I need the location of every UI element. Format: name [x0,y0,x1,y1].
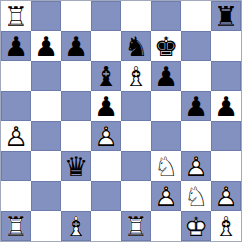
square-a4[interactable]: ♟♙ [1,121,31,151]
square-b7[interactable]: ♟ [31,31,61,61]
black-pawn[interactable]: ♟ [61,31,91,61]
white-piece-outline-layer: ♔ [181,211,211,241]
square-f2[interactable]: ♟♙ [151,181,181,211]
white-pawn[interactable]: ♟♙ [91,121,121,151]
square-e7[interactable]: ♞ [121,31,151,61]
black-knight[interactable]: ♞ [121,31,151,61]
square-b4[interactable] [31,121,61,151]
square-b3[interactable] [31,151,61,181]
white-bishop[interactable]: ♝♗ [211,211,241,241]
white-rook[interactable]: ♜♖ [1,1,31,31]
black-piece-glyph: ♛ [61,151,91,181]
white-piece-outline-layer: ♖ [1,211,31,241]
white-rook[interactable]: ♜♖ [121,211,151,241]
white-pawn[interactable]: ♟♙ [151,181,181,211]
white-piece-outline-layer: ♙ [151,181,181,211]
white-king[interactable]: ♚♔ [181,211,211,241]
square-d7[interactable] [91,31,121,61]
black-piece-glyph: ♟ [181,91,211,121]
white-piece-outline-layer: ♖ [121,211,151,241]
black-pawn[interactable]: ♟ [151,61,181,91]
white-pawn[interactable]: ♟♙ [211,181,241,211]
black-rook[interactable]: ♜ [211,1,241,31]
square-c1[interactable]: ♝♗ [61,211,91,241]
square-g6[interactable] [181,61,211,91]
black-pawn[interactable]: ♟ [181,91,211,121]
black-pawn[interactable]: ♟ [91,91,121,121]
square-a8[interactable]: ♜♖ [1,1,31,31]
white-piece-outline-layer: ♘ [181,181,211,211]
square-g1[interactable]: ♚♔ [181,211,211,241]
square-b2[interactable] [31,181,61,211]
black-pawn[interactable]: ♟ [31,31,61,61]
chess-board-frame: ♜♖♜♟♟♟♞♚♝♝♗♟♟♟♟♟♙♟♙♛♞♘♟♙♟♙♞♘♟♙♜♖♝♗♜♖♚♔♝♗ [0,0,242,242]
white-piece-outline-layer: ♖ [1,1,31,31]
white-bishop[interactable]: ♝♗ [61,211,91,241]
square-g7[interactable] [181,31,211,61]
white-piece-outline-layer: ♙ [211,181,241,211]
square-e1[interactable]: ♜♖ [121,211,151,241]
square-b5[interactable] [31,91,61,121]
square-f7[interactable]: ♚ [151,31,181,61]
square-g8[interactable] [181,1,211,31]
black-piece-glyph: ♚ [151,31,181,61]
square-d8[interactable] [91,1,121,31]
square-h7[interactable] [211,31,241,61]
white-rook[interactable]: ♜♖ [1,211,31,241]
square-e6[interactable]: ♝♗ [121,61,151,91]
square-c7[interactable]: ♟ [61,31,91,61]
square-b1[interactable] [31,211,61,241]
square-d2[interactable] [91,181,121,211]
black-pawn[interactable]: ♟ [1,31,31,61]
square-c5[interactable] [61,91,91,121]
square-f5[interactable] [151,91,181,121]
black-queen[interactable]: ♛ [61,151,91,181]
white-knight[interactable]: ♞♘ [181,181,211,211]
square-h5[interactable]: ♟ [211,91,241,121]
square-a2[interactable] [1,181,31,211]
square-f4[interactable] [151,121,181,151]
square-e5[interactable] [121,91,151,121]
black-bishop[interactable]: ♝ [91,61,121,91]
square-c3[interactable]: ♛ [61,151,91,181]
white-piece-outline-layer: ♗ [211,211,241,241]
black-pawn[interactable]: ♟ [211,91,241,121]
square-f6[interactable]: ♟ [151,61,181,91]
white-piece-outline-layer: ♙ [181,151,211,181]
square-g3[interactable]: ♟♙ [181,151,211,181]
square-d3[interactable] [91,151,121,181]
square-e2[interactable] [121,181,151,211]
white-pawn[interactable]: ♟♙ [1,121,31,151]
square-g2[interactable]: ♞♘ [181,181,211,211]
square-h6[interactable] [211,61,241,91]
black-piece-glyph: ♟ [211,91,241,121]
square-h2[interactable]: ♟♙ [211,181,241,211]
white-piece-outline-layer: ♗ [121,61,151,91]
black-king[interactable]: ♚ [151,31,181,61]
square-c2[interactable] [61,181,91,211]
square-d1[interactable] [91,211,121,241]
black-piece-glyph: ♟ [91,91,121,121]
black-piece-glyph: ♞ [121,31,151,61]
white-knight[interactable]: ♞♘ [151,151,181,181]
square-a7[interactable]: ♟ [1,31,31,61]
square-h4[interactable] [211,121,241,151]
square-g5[interactable]: ♟ [181,91,211,121]
black-piece-glyph: ♜ [211,1,241,31]
square-d4[interactable]: ♟♙ [91,121,121,151]
white-piece-outline-layer: ♙ [91,121,121,151]
square-c6[interactable] [61,61,91,91]
square-h3[interactable] [211,151,241,181]
square-a3[interactable] [1,151,31,181]
white-pawn[interactable]: ♟♙ [181,151,211,181]
square-h1[interactable]: ♝♗ [211,211,241,241]
square-c4[interactable] [61,121,91,151]
white-piece-outline-layer: ♙ [1,121,31,151]
square-f8[interactable] [151,1,181,31]
square-g4[interactable] [181,121,211,151]
black-piece-glyph: ♝ [91,61,121,91]
black-piece-glyph: ♟ [31,31,61,61]
chess-board: ♜♖♜♟♟♟♞♚♝♝♗♟♟♟♟♟♙♟♙♛♞♘♟♙♟♙♞♘♟♙♜♖♝♗♜♖♚♔♝♗ [1,1,241,241]
white-bishop[interactable]: ♝♗ [121,61,151,91]
square-a1[interactable]: ♜♖ [1,211,31,241]
square-a5[interactable] [1,91,31,121]
square-e4[interactable] [121,121,151,151]
square-e3[interactable] [121,151,151,181]
square-d6[interactable]: ♝ [91,61,121,91]
square-f3[interactable]: ♞♘ [151,151,181,181]
square-c8[interactable] [61,1,91,31]
white-piece-outline-layer: ♗ [61,211,91,241]
square-f1[interactable] [151,211,181,241]
square-b8[interactable] [31,1,61,31]
black-piece-glyph: ♟ [151,61,181,91]
square-e8[interactable] [121,1,151,31]
white-piece-outline-layer: ♘ [151,151,181,181]
square-h8[interactable]: ♜ [211,1,241,31]
black-piece-glyph: ♟ [1,31,31,61]
square-b6[interactable] [31,61,61,91]
square-d5[interactable]: ♟ [91,91,121,121]
black-piece-glyph: ♟ [61,31,91,61]
square-a6[interactable] [1,61,31,91]
